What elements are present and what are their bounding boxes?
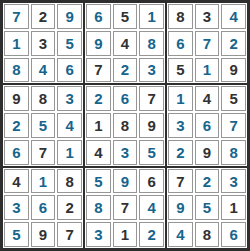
cell-r9c2[interactable]: 9 [31, 222, 56, 247]
cell-r4c4[interactable]: 2 [86, 86, 111, 111]
cell-r2c6[interactable]: 8 [139, 31, 164, 56]
cell-r7c4[interactable]: 5 [86, 169, 111, 194]
cell-r7c2[interactable]: 1 [31, 169, 56, 194]
box-1-2: 651948723 [85, 3, 165, 83]
cell-r5c2[interactable]: 5 [31, 113, 56, 138]
box-2-2: 267189435 [85, 85, 165, 165]
cell-r8c1[interactable]: 3 [4, 195, 29, 220]
cell-r2c5[interactable]: 4 [113, 31, 138, 56]
cell-r5c8[interactable]: 6 [195, 113, 220, 138]
cell-r6c4[interactable]: 4 [86, 140, 111, 165]
box-3-3: 723951486 [167, 168, 247, 248]
cell-r1c3[interactable]: 9 [57, 4, 82, 29]
cell-r6c7[interactable]: 2 [168, 140, 193, 165]
cell-r4c9[interactable]: 5 [221, 86, 246, 111]
cell-r2c3[interactable]: 5 [57, 31, 82, 56]
cell-r5c7[interactable]: 3 [168, 113, 193, 138]
cell-r8c6[interactable]: 4 [139, 195, 164, 220]
cell-r7c6[interactable]: 6 [139, 169, 164, 194]
cell-r8c3[interactable]: 2 [57, 195, 82, 220]
cell-r1c7[interactable]: 8 [168, 4, 193, 29]
cell-r7c5[interactable]: 9 [113, 169, 138, 194]
cell-r5c5[interactable]: 8 [113, 113, 138, 138]
cell-r2c9[interactable]: 2 [221, 31, 246, 56]
cell-r2c2[interactable]: 3 [31, 31, 56, 56]
cell-r5c3[interactable]: 4 [57, 113, 82, 138]
cell-r5c9[interactable]: 7 [221, 113, 246, 138]
cell-r6c8[interactable]: 9 [195, 140, 220, 165]
cell-r6c5[interactable]: 3 [113, 140, 138, 165]
cell-r8c4[interactable]: 8 [86, 195, 111, 220]
cell-r3c2[interactable]: 4 [31, 58, 56, 83]
cell-r7c9[interactable]: 3 [221, 169, 246, 194]
cell-r1c4[interactable]: 6 [86, 4, 111, 29]
cell-r9c5[interactable]: 1 [113, 222, 138, 247]
cell-r9c8[interactable]: 8 [195, 222, 220, 247]
cell-r3c7[interactable]: 5 [168, 58, 193, 83]
cell-r7c1[interactable]: 4 [4, 169, 29, 194]
cell-r6c3[interactable]: 1 [57, 140, 82, 165]
cell-r3c6[interactable]: 3 [139, 58, 164, 83]
cell-r1c6[interactable]: 1 [139, 4, 164, 29]
cell-r3c4[interactable]: 7 [86, 58, 111, 83]
cell-r1c2[interactable]: 2 [31, 4, 56, 29]
cell-r4c8[interactable]: 4 [195, 86, 220, 111]
cell-r9c9[interactable]: 6 [221, 222, 246, 247]
cell-r9c4[interactable]: 3 [86, 222, 111, 247]
cell-r5c4[interactable]: 1 [86, 113, 111, 138]
cell-r9c3[interactable]: 7 [57, 222, 82, 247]
cell-r4c3[interactable]: 3 [57, 86, 82, 111]
cell-r4c2[interactable]: 8 [31, 86, 56, 111]
cell-r1c1[interactable]: 7 [4, 4, 29, 29]
box-2-3: 145367298 [167, 85, 247, 165]
cell-r2c7[interactable]: 6 [168, 31, 193, 56]
cell-r1c5[interactable]: 5 [113, 4, 138, 29]
box-1-1: 729135846 [3, 3, 83, 83]
cell-r7c7[interactable]: 7 [168, 169, 193, 194]
box-3-2: 596874312 [85, 168, 165, 248]
cell-r9c6[interactable]: 2 [139, 222, 164, 247]
cell-r1c9[interactable]: 4 [221, 4, 246, 29]
cell-r4c5[interactable]: 6 [113, 86, 138, 111]
box-1-3: 834672519 [167, 3, 247, 83]
cell-r6c1[interactable]: 6 [4, 140, 29, 165]
cell-r1c8[interactable]: 3 [195, 4, 220, 29]
box-3-1: 418362597 [3, 168, 83, 248]
cell-r9c1[interactable]: 5 [4, 222, 29, 247]
cell-r2c1[interactable]: 1 [4, 31, 29, 56]
cell-r8c9[interactable]: 1 [221, 195, 246, 220]
cell-r8c8[interactable]: 5 [195, 195, 220, 220]
cell-r2c4[interactable]: 9 [86, 31, 111, 56]
cell-r6c9[interactable]: 8 [221, 140, 246, 165]
cell-r8c5[interactable]: 7 [113, 195, 138, 220]
cell-r8c2[interactable]: 6 [31, 195, 56, 220]
cell-r2c8[interactable]: 7 [195, 31, 220, 56]
cell-r4c7[interactable]: 1 [168, 86, 193, 111]
cell-r4c6[interactable]: 7 [139, 86, 164, 111]
cell-r6c2[interactable]: 7 [31, 140, 56, 165]
cell-r5c6[interactable]: 9 [139, 113, 164, 138]
cell-r8c7[interactable]: 9 [168, 195, 193, 220]
cell-r3c8[interactable]: 1 [195, 58, 220, 83]
cell-r3c1[interactable]: 8 [4, 58, 29, 83]
cell-r5c1[interactable]: 2 [4, 113, 29, 138]
cell-r3c5[interactable]: 2 [113, 58, 138, 83]
cell-r4c1[interactable]: 9 [4, 86, 29, 111]
cell-r6c6[interactable]: 5 [139, 140, 164, 165]
cell-r3c3[interactable]: 6 [57, 58, 82, 83]
sudoku-board: 7291358466519487238346725199832546712671… [0, 0, 250, 251]
cell-r9c7[interactable]: 4 [168, 222, 193, 247]
cell-r7c3[interactable]: 8 [57, 169, 82, 194]
cell-r3c9[interactable]: 9 [221, 58, 246, 83]
cell-r7c8[interactable]: 2 [195, 169, 220, 194]
box-2-1: 983254671 [3, 85, 83, 165]
